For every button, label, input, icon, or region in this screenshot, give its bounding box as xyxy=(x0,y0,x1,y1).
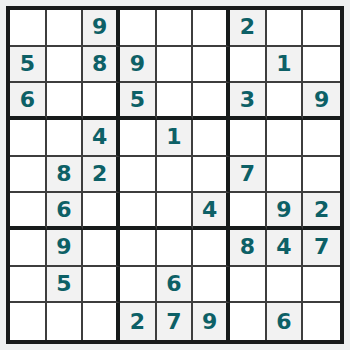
cell-r4c8[interactable] xyxy=(267,120,304,157)
cell-r7c1[interactable] xyxy=(10,230,47,267)
cell-r6c4[interactable] xyxy=(120,193,157,230)
cell-r7c9[interactable]: 7 xyxy=(303,230,340,267)
cell-r8c9[interactable] xyxy=(303,267,340,304)
cell-r1c4[interactable] xyxy=(120,10,157,47)
cell-r6c1[interactable] xyxy=(10,193,47,230)
cell-r9c6[interactable]: 9 xyxy=(193,303,230,340)
cell-r1c2[interactable] xyxy=(47,10,84,47)
cell-r1c3[interactable]: 9 xyxy=(83,10,120,47)
cell-r2c8[interactable]: 1 xyxy=(267,47,304,84)
cell-r2c2[interactable] xyxy=(47,47,84,84)
cell-r1c9[interactable] xyxy=(303,10,340,47)
cell-r2c6[interactable] xyxy=(193,47,230,84)
cell-r4c6[interactable] xyxy=(193,120,230,157)
cell-r2c9[interactable] xyxy=(303,47,340,84)
cell-r3c9[interactable]: 9 xyxy=(303,83,340,120)
cell-r3c3[interactable] xyxy=(83,83,120,120)
cell-r3c1[interactable]: 6 xyxy=(10,83,47,120)
cell-r7c3[interactable] xyxy=(83,230,120,267)
cell-r5c6[interactable] xyxy=(193,157,230,194)
cell-r9c9[interactable] xyxy=(303,303,340,340)
cell-r2c5[interactable] xyxy=(157,47,194,84)
cell-r5c7[interactable]: 7 xyxy=(230,157,267,194)
cell-r4c5[interactable]: 1 xyxy=(157,120,194,157)
cell-r6c2[interactable]: 6 xyxy=(47,193,84,230)
cell-r6c5[interactable] xyxy=(157,193,194,230)
cell-r2c7[interactable] xyxy=(230,47,267,84)
cell-r7c4[interactable] xyxy=(120,230,157,267)
cell-r4c4[interactable] xyxy=(120,120,157,157)
cell-r9c8[interactable]: 6 xyxy=(267,303,304,340)
cell-r8c5[interactable]: 6 xyxy=(157,267,194,304)
cell-r5c2[interactable]: 8 xyxy=(47,157,84,194)
cell-r7c8[interactable]: 4 xyxy=(267,230,304,267)
cell-r4c2[interactable] xyxy=(47,120,84,157)
cell-r7c6[interactable] xyxy=(193,230,230,267)
cell-r8c6[interactable] xyxy=(193,267,230,304)
cell-r7c2[interactable]: 9 xyxy=(47,230,84,267)
sudoku-board: 92589165394182764929847562796 xyxy=(6,6,344,344)
cell-r7c5[interactable] xyxy=(157,230,194,267)
cell-r1c1[interactable] xyxy=(10,10,47,47)
cell-r7c7[interactable]: 8 xyxy=(230,230,267,267)
cell-r3c2[interactable] xyxy=(47,83,84,120)
cell-r9c5[interactable]: 7 xyxy=(157,303,194,340)
cell-r5c3[interactable]: 2 xyxy=(83,157,120,194)
cell-r1c6[interactable] xyxy=(193,10,230,47)
cell-r3c5[interactable] xyxy=(157,83,194,120)
cell-r8c2[interactable]: 5 xyxy=(47,267,84,304)
cell-r9c2[interactable] xyxy=(47,303,84,340)
cell-r2c4[interactable]: 9 xyxy=(120,47,157,84)
cell-r5c9[interactable] xyxy=(303,157,340,194)
cell-r5c5[interactable] xyxy=(157,157,194,194)
cell-r4c9[interactable] xyxy=(303,120,340,157)
cell-r1c7[interactable]: 2 xyxy=(230,10,267,47)
cell-r5c8[interactable] xyxy=(267,157,304,194)
cell-r8c4[interactable] xyxy=(120,267,157,304)
cell-r9c4[interactable]: 2 xyxy=(120,303,157,340)
cell-r6c7[interactable] xyxy=(230,193,267,230)
cell-r4c7[interactable] xyxy=(230,120,267,157)
cell-r8c1[interactable] xyxy=(10,267,47,304)
cell-r1c8[interactable] xyxy=(267,10,304,47)
cell-r6c6[interactable]: 4 xyxy=(193,193,230,230)
cell-r4c3[interactable]: 4 xyxy=(83,120,120,157)
cell-r6c3[interactable] xyxy=(83,193,120,230)
cell-r3c7[interactable]: 3 xyxy=(230,83,267,120)
cell-r8c3[interactable] xyxy=(83,267,120,304)
cell-r5c1[interactable] xyxy=(10,157,47,194)
cell-r3c4[interactable]: 5 xyxy=(120,83,157,120)
cell-r3c6[interactable] xyxy=(193,83,230,120)
cell-r8c8[interactable] xyxy=(267,267,304,304)
cell-r6c9[interactable]: 2 xyxy=(303,193,340,230)
cell-r5c4[interactable] xyxy=(120,157,157,194)
cell-r9c1[interactable] xyxy=(10,303,47,340)
cell-r6c8[interactable]: 9 xyxy=(267,193,304,230)
cell-r8c7[interactable] xyxy=(230,267,267,304)
cell-r9c3[interactable] xyxy=(83,303,120,340)
cell-r2c1[interactable]: 5 xyxy=(10,47,47,84)
cell-r2c3[interactable]: 8 xyxy=(83,47,120,84)
cell-r1c5[interactable] xyxy=(157,10,194,47)
cell-r9c7[interactable] xyxy=(230,303,267,340)
cell-r3c8[interactable] xyxy=(267,83,304,120)
sudoku-page: 92589165394182764929847562796 xyxy=(0,0,350,350)
cell-r4c1[interactable] xyxy=(10,120,47,157)
